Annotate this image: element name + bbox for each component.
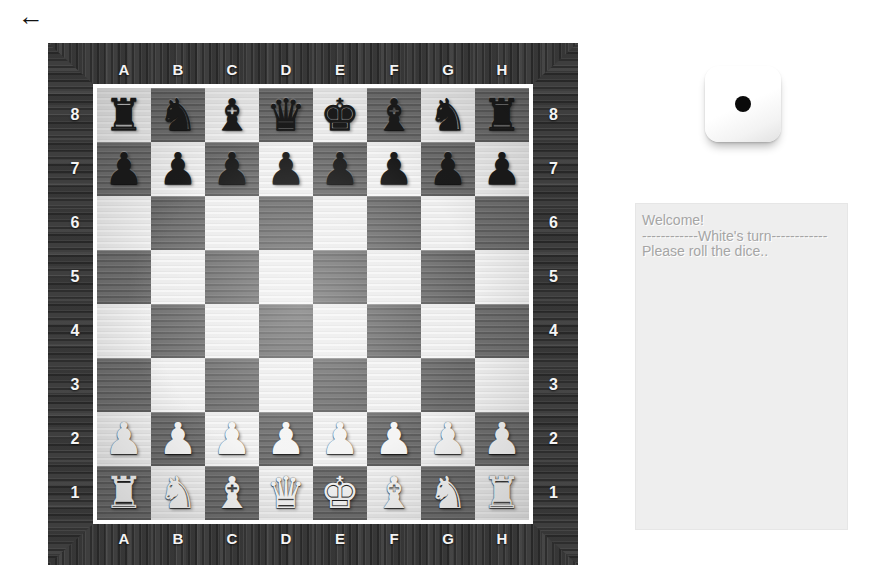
file-label-f: F <box>367 524 421 565</box>
square-g7[interactable]: ♟ <box>421 142 475 196</box>
square-e5[interactable] <box>313 250 367 304</box>
rank-label-7: 7 <box>48 142 93 196</box>
piece-black-bishop[interactable]: ♝ <box>374 88 413 142</box>
piece-black-king[interactable]: ♚ <box>320 88 359 142</box>
square-h7[interactable]: ♟ <box>475 142 529 196</box>
piece-white-pawn[interactable]: ♟ <box>320 412 359 466</box>
piece-black-pawn[interactable]: ♟ <box>482 142 521 196</box>
square-g3[interactable] <box>421 358 475 412</box>
square-b5[interactable] <box>151 250 205 304</box>
rank-label-6: 6 <box>533 196 578 250</box>
square-a8[interactable]: ♜ <box>97 88 151 142</box>
square-a7[interactable]: ♟ <box>97 142 151 196</box>
square-a3[interactable] <box>97 358 151 412</box>
square-c8[interactable]: ♝ <box>205 88 259 142</box>
square-e8[interactable]: ♚ <box>313 88 367 142</box>
rank-labels-left: 87654321 <box>48 88 93 520</box>
piece-black-pawn[interactable]: ♟ <box>104 142 143 196</box>
file-label-g: G <box>421 43 475 84</box>
square-g1[interactable]: ♞ <box>421 466 475 520</box>
square-e1[interactable]: ♚ <box>313 466 367 520</box>
message-line: ------------White's turn------------ <box>642 229 841 245</box>
square-f3[interactable] <box>367 358 421 412</box>
square-d6[interactable] <box>259 196 313 250</box>
square-a1[interactable]: ♜ <box>97 466 151 520</box>
piece-black-rook[interactable]: ♜ <box>482 88 521 142</box>
piece-white-pawn[interactable]: ♟ <box>482 412 521 466</box>
square-c3[interactable] <box>205 358 259 412</box>
piece-white-pawn[interactable]: ♟ <box>212 412 251 466</box>
file-label-d: D <box>259 524 313 565</box>
file-label-d: D <box>259 43 313 84</box>
rank-label-6: 6 <box>48 196 93 250</box>
piece-white-rook[interactable]: ♜ <box>104 466 143 520</box>
chess-board: ABCDEFGH ABCDEFGH 87654321 87654321 ♜♞♝♛… <box>48 43 578 565</box>
square-b7[interactable]: ♟ <box>151 142 205 196</box>
piece-white-pawn[interactable]: ♟ <box>104 412 143 466</box>
back-button[interactable]: ← <box>16 2 46 30</box>
square-h1[interactable]: ♜ <box>475 466 529 520</box>
back-arrow-icon: ← <box>18 3 44 29</box>
square-e6[interactable] <box>313 196 367 250</box>
square-e2[interactable]: ♟ <box>313 412 367 466</box>
rank-labels-right: 87654321 <box>533 88 578 520</box>
square-f4[interactable] <box>367 304 421 358</box>
piece-black-pawn[interactable]: ♟ <box>212 142 251 196</box>
rank-label-2: 2 <box>533 412 578 466</box>
square-f7[interactable]: ♟ <box>367 142 421 196</box>
rank-label-3: 3 <box>533 358 578 412</box>
square-f1[interactable]: ♝ <box>367 466 421 520</box>
piece-white-bishop[interactable]: ♝ <box>374 466 413 520</box>
message-line: Please roll the dice.. <box>642 244 841 260</box>
square-d2[interactable]: ♟ <box>259 412 313 466</box>
square-h4[interactable] <box>475 304 529 358</box>
square-e3[interactable] <box>313 358 367 412</box>
square-a5[interactable] <box>97 250 151 304</box>
rank-label-8: 8 <box>48 88 93 142</box>
board-squares: ♜♞♝♛♚♝♞♜♟♟♟♟♟♟♟♟♟♟♟♟♟♟♟♟♜♞♝♛♚♝♞♜ <box>97 88 529 520</box>
square-c4[interactable] <box>205 304 259 358</box>
file-label-f: F <box>367 43 421 84</box>
square-d4[interactable] <box>259 304 313 358</box>
piece-black-pawn[interactable]: ♟ <box>320 142 359 196</box>
file-label-b: B <box>151 43 205 84</box>
square-h6[interactable] <box>475 196 529 250</box>
piece-black-pawn[interactable]: ♟ <box>266 142 305 196</box>
piece-white-bishop[interactable]: ♝ <box>212 466 251 520</box>
square-e7[interactable]: ♟ <box>313 142 367 196</box>
square-d1[interactable]: ♛ <box>259 466 313 520</box>
square-h3[interactable] <box>475 358 529 412</box>
square-a2[interactable]: ♟ <box>97 412 151 466</box>
square-f6[interactable] <box>367 196 421 250</box>
rank-label-3: 3 <box>48 358 93 412</box>
rank-label-5: 5 <box>533 250 578 304</box>
square-c1[interactable]: ♝ <box>205 466 259 520</box>
piece-black-pawn[interactable]: ♟ <box>158 142 197 196</box>
piece-white-rook[interactable]: ♜ <box>482 466 521 520</box>
rank-label-1: 1 <box>533 466 578 520</box>
file-label-a: A <box>97 43 151 84</box>
square-f2[interactable]: ♟ <box>367 412 421 466</box>
rank-label-4: 4 <box>533 304 578 358</box>
file-label-c: C <box>205 524 259 565</box>
rank-label-4: 4 <box>48 304 93 358</box>
square-h2[interactable]: ♟ <box>475 412 529 466</box>
file-label-h: H <box>475 43 529 84</box>
piece-black-queen[interactable]: ♛ <box>266 88 305 142</box>
file-label-g: G <box>421 524 475 565</box>
square-e4[interactable] <box>313 304 367 358</box>
square-f8[interactable]: ♝ <box>367 88 421 142</box>
file-label-c: C <box>205 43 259 84</box>
piece-white-king[interactable]: ♚ <box>320 466 359 520</box>
board-inner-border: ♜♞♝♛♚♝♞♜♟♟♟♟♟♟♟♟♟♟♟♟♟♟♟♟♜♞♝♛♚♝♞♜ <box>93 84 533 524</box>
message-panel: Welcome! ------------White's turn-------… <box>635 203 848 530</box>
file-label-e: E <box>313 524 367 565</box>
square-d7[interactable]: ♟ <box>259 142 313 196</box>
square-b6[interactable] <box>151 196 205 250</box>
piece-white-pawn[interactable]: ♟ <box>158 412 197 466</box>
piece-black-pawn[interactable]: ♟ <box>374 142 413 196</box>
square-g6[interactable] <box>421 196 475 250</box>
rank-label-2: 2 <box>48 412 93 466</box>
square-g4[interactable] <box>421 304 475 358</box>
piece-white-queen[interactable]: ♛ <box>266 466 305 520</box>
file-label-h: H <box>475 524 529 565</box>
square-c5[interactable] <box>205 250 259 304</box>
square-g8[interactable]: ♞ <box>421 88 475 142</box>
file-label-e: E <box>313 43 367 84</box>
dice[interactable] <box>705 66 781 142</box>
piece-black-knight[interactable]: ♞ <box>428 88 467 142</box>
rank-label-1: 1 <box>48 466 93 520</box>
rank-label-5: 5 <box>48 250 93 304</box>
rank-label-8: 8 <box>533 88 578 142</box>
square-f5[interactable] <box>367 250 421 304</box>
square-b1[interactable]: ♞ <box>151 466 205 520</box>
square-a4[interactable] <box>97 304 151 358</box>
piece-black-bishop[interactable]: ♝ <box>212 88 251 142</box>
message-line: Welcome! <box>642 213 841 229</box>
die-pip <box>735 96 751 112</box>
square-c7[interactable]: ♟ <box>205 142 259 196</box>
piece-black-rook[interactable]: ♜ <box>104 88 143 142</box>
square-d8[interactable]: ♛ <box>259 88 313 142</box>
piece-black-knight[interactable]: ♞ <box>158 88 197 142</box>
file-labels-bottom: ABCDEFGH <box>97 524 529 565</box>
square-c2[interactable]: ♟ <box>205 412 259 466</box>
piece-white-knight[interactable]: ♞ <box>428 466 467 520</box>
square-g5[interactable] <box>421 250 475 304</box>
square-c6[interactable] <box>205 196 259 250</box>
piece-white-knight[interactable]: ♞ <box>158 466 197 520</box>
square-a6[interactable] <box>97 196 151 250</box>
square-h5[interactable] <box>475 250 529 304</box>
square-d5[interactable] <box>259 250 313 304</box>
file-label-b: B <box>151 524 205 565</box>
piece-white-pawn[interactable]: ♟ <box>374 412 413 466</box>
square-b2[interactable]: ♟ <box>151 412 205 466</box>
piece-white-pawn[interactable]: ♟ <box>266 412 305 466</box>
square-b4[interactable] <box>151 304 205 358</box>
square-h8[interactable]: ♜ <box>475 88 529 142</box>
piece-black-pawn[interactable]: ♟ <box>428 142 467 196</box>
piece-white-pawn[interactable]: ♟ <box>428 412 467 466</box>
square-b8[interactable]: ♞ <box>151 88 205 142</box>
file-label-a: A <box>97 524 151 565</box>
square-d3[interactable] <box>259 358 313 412</box>
file-labels-top: ABCDEFGH <box>97 43 529 84</box>
square-b3[interactable] <box>151 358 205 412</box>
square-g2[interactable]: ♟ <box>421 412 475 466</box>
rank-label-7: 7 <box>533 142 578 196</box>
